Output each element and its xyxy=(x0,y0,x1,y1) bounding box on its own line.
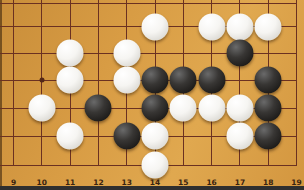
white-stone[interactable] xyxy=(142,13,169,40)
go-board[interactable]: 910111213141516171819 xyxy=(0,0,304,190)
left-edge-shadow xyxy=(0,0,2,190)
black-stone[interactable] xyxy=(255,95,282,122)
grid-line-vertical xyxy=(98,0,99,165)
white-stone[interactable] xyxy=(142,152,169,179)
black-stone[interactable] xyxy=(85,95,112,122)
white-stone[interactable] xyxy=(255,13,282,40)
hoshi-point xyxy=(39,78,44,83)
white-stone[interactable] xyxy=(28,95,55,122)
black-stone[interactable] xyxy=(113,123,140,150)
black-stone[interactable] xyxy=(255,123,282,150)
grid-line-vertical xyxy=(41,0,42,165)
white-stone[interactable] xyxy=(198,95,225,122)
white-stone[interactable] xyxy=(170,95,197,122)
bottom-edge-bar xyxy=(0,186,304,190)
grid-line-vertical xyxy=(13,0,14,165)
black-stone[interactable] xyxy=(142,95,169,122)
black-stone[interactable] xyxy=(226,40,253,67)
white-stone[interactable] xyxy=(142,123,169,150)
white-stone[interactable] xyxy=(113,40,140,67)
black-stone[interactable] xyxy=(142,67,169,94)
white-stone[interactable] xyxy=(226,123,253,150)
black-stone[interactable] xyxy=(255,67,282,94)
white-stone[interactable] xyxy=(226,13,253,40)
grid-line-vertical xyxy=(296,0,297,165)
black-stone[interactable] xyxy=(170,67,197,94)
white-stone[interactable] xyxy=(57,123,84,150)
white-stone[interactable] xyxy=(57,40,84,67)
white-stone[interactable] xyxy=(57,67,84,94)
white-stone[interactable] xyxy=(113,67,140,94)
black-stone[interactable] xyxy=(198,67,225,94)
grid-line-horizontal xyxy=(0,3,297,4)
white-stone[interactable] xyxy=(198,13,225,40)
white-stone[interactable] xyxy=(226,95,253,122)
